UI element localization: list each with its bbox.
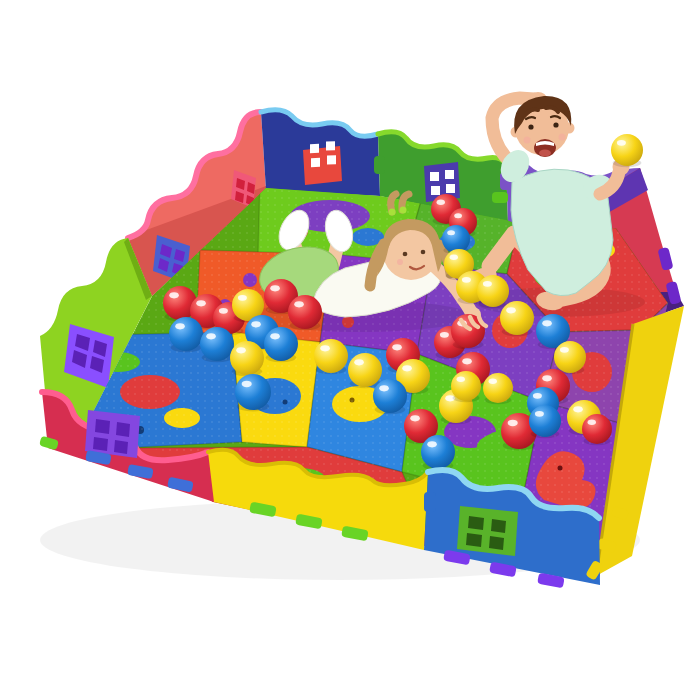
ball-red [582,414,612,445]
ball-red [288,295,322,330]
front-wall-window-purple [85,410,140,458]
ball-yellow [451,371,481,402]
playpen-scene [0,0,690,690]
ball-blue [264,327,298,362]
ball-blue [373,379,407,414]
ball-yellow [483,373,513,404]
ball-blue [421,435,455,470]
front-wall-window-green [457,506,518,556]
ball-yellow [500,301,534,336]
ball-yellow [477,275,509,308]
ball-blue [235,374,271,411]
mat-edge-tab [492,192,508,203]
ball-yellow [314,339,348,374]
ball-yellow [230,341,264,376]
ball-yellow [554,341,586,374]
product-photo: Two toddlers play in a square interlocki… [0,0,690,690]
ball-blue [169,317,203,352]
ball-yellow [348,353,382,388]
ball-yellow [611,134,643,167]
panel-seam-tab [424,492,436,512]
panel-seam-tab [374,156,385,174]
ball-blue [529,405,561,438]
ball-blue [200,327,234,362]
